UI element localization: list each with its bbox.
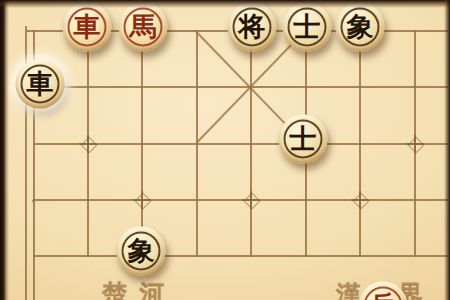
piece-glyph: 車 [74, 13, 101, 40]
xiangqi-board[interactable]: 楚河 漢界 車馬将士象車士象兵 [0, 0, 450, 300]
piece-black-advisor-f6r3[interactable]: 士 [279, 115, 328, 164]
grid-line-rank2 [33, 86, 448, 88]
piece-black-general-f5r1[interactable]: 将 [228, 3, 277, 52]
grid-line-file5 [250, 30, 252, 257]
screen-edge-top [0, 0, 450, 8]
piece-glyph: 象 [347, 13, 374, 40]
piece-glyph: 将 [239, 13, 266, 40]
piece-black-elephant-f3r5[interactable]: 象 [117, 227, 166, 276]
piece-glyph: 車 [27, 70, 54, 97]
piece-glyph: 士 [294, 13, 321, 40]
river-label-chu: 楚河 [102, 278, 176, 300]
piece-glyph: 馬 [130, 13, 157, 40]
grid-line-rank5 [33, 255, 448, 257]
piece-black-chariot-f1r2[interactable]: 車 [16, 60, 65, 109]
point-marker-pawn-f1r4 [25, 191, 34, 209]
piece-black-advisor-f6r1[interactable]: 士 [283, 3, 332, 52]
piece-glyph: 兵 [370, 292, 397, 300]
point-marker-pawn-f3r4 [133, 191, 151, 209]
screen-edge-left [0, 0, 9, 300]
point-marker-cannon-f2r3 [79, 135, 97, 153]
point-marker-pawn-f5r4 [242, 191, 260, 209]
piece-black-elephant-f7r1[interactable]: 象 [336, 3, 385, 52]
point-marker-cannon-f8r3 [406, 135, 424, 153]
point-marker-pawn-f7r4 [351, 191, 369, 209]
piece-glyph: 象 [128, 237, 155, 264]
piece-red-horse-f3r1[interactable]: 馬 [119, 3, 168, 52]
grid-line-file3 [141, 30, 143, 257]
piece-red-chariot-f2r1[interactable]: 車 [63, 3, 112, 52]
piece-glyph: 士 [290, 125, 317, 152]
grid-line-rank4 [33, 199, 448, 201]
grid-line-file7 [359, 30, 361, 257]
